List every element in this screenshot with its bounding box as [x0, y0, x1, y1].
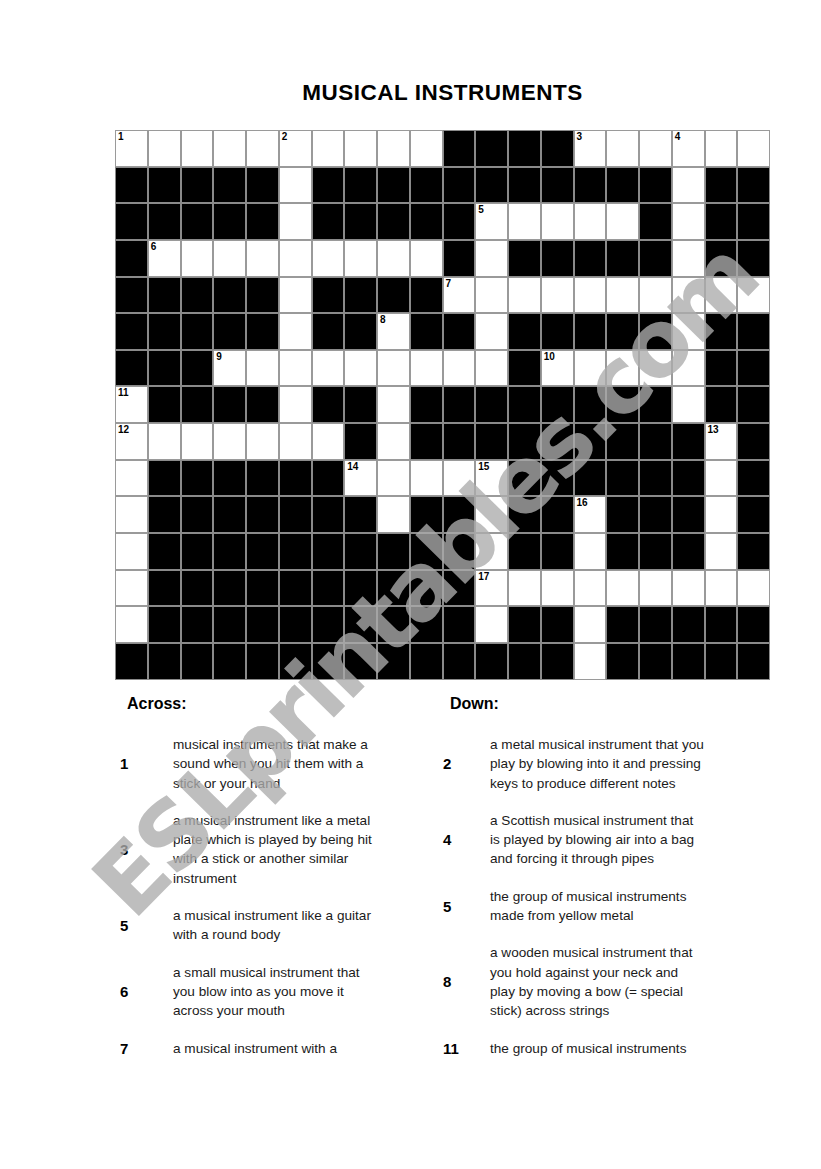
- black-cell: [344, 570, 377, 607]
- black-cell: [279, 496, 312, 533]
- black-cell: [541, 240, 574, 277]
- black-cell: [115, 313, 148, 350]
- black-cell: [737, 496, 770, 533]
- white-cell[interactable]: [115, 533, 148, 570]
- white-cell[interactable]: [606, 277, 639, 314]
- black-cell: [705, 203, 738, 240]
- white-cell[interactable]: [672, 386, 705, 423]
- clue-number-label: 4: [675, 131, 681, 143]
- white-cell[interactable]: [705, 130, 738, 167]
- white-cell[interactable]: 17: [475, 570, 508, 607]
- down-clue-text: a metal musical instrument that you play…: [490, 735, 745, 793]
- white-cell[interactable]: [639, 130, 672, 167]
- worksheet-page: { "game": "crossword", "page": { "title"…: [0, 0, 821, 1169]
- black-cell: [475, 167, 508, 204]
- down-clue-number: 8: [443, 973, 490, 990]
- white-cell[interactable]: [508, 203, 541, 240]
- white-cell[interactable]: [279, 167, 312, 204]
- black-cell: [541, 460, 574, 497]
- black-cell: [737, 240, 770, 277]
- black-cell: [181, 643, 214, 680]
- white-cell[interactable]: [574, 606, 607, 643]
- white-cell[interactable]: [705, 570, 738, 607]
- white-cell[interactable]: [606, 203, 639, 240]
- white-cell[interactable]: [246, 423, 279, 460]
- white-cell[interactable]: [410, 350, 443, 387]
- black-cell: [606, 423, 639, 460]
- black-cell: [541, 167, 574, 204]
- clue-number-label: 11: [118, 387, 129, 399]
- clue-number-label: 15: [478, 461, 489, 473]
- black-cell: [213, 277, 246, 314]
- black-cell: [312, 496, 345, 533]
- black-cell: [279, 570, 312, 607]
- black-cell: [475, 643, 508, 680]
- across-clue-number: 6: [120, 983, 173, 1000]
- black-cell: [443, 386, 476, 423]
- black-cell: [312, 203, 345, 240]
- black-cell: [344, 386, 377, 423]
- black-cell: [737, 643, 770, 680]
- black-cell: [443, 167, 476, 204]
- white-cell[interactable]: [246, 130, 279, 167]
- white-cell[interactable]: [541, 277, 574, 314]
- down-clue-8: 8 a wooden musical instrument that you h…: [443, 943, 745, 1020]
- black-cell: [606, 167, 639, 204]
- across-clue-number: 5: [120, 917, 173, 934]
- white-cell[interactable]: 16: [574, 496, 607, 533]
- black-cell: [246, 167, 279, 204]
- white-cell[interactable]: 3: [574, 130, 607, 167]
- black-cell: [508, 423, 541, 460]
- black-cell: [377, 570, 410, 607]
- across-clue-7: 7 a musical instrument with a: [120, 1039, 420, 1058]
- black-cell: [639, 533, 672, 570]
- black-cell: [737, 423, 770, 460]
- across-clue-number: 3: [120, 841, 173, 858]
- black-cell: [377, 606, 410, 643]
- clue-number-label: 7: [446, 278, 452, 290]
- white-cell[interactable]: 14: [344, 460, 377, 497]
- black-cell: [443, 496, 476, 533]
- black-cell: [737, 460, 770, 497]
- white-cell[interactable]: [279, 386, 312, 423]
- white-cell[interactable]: [148, 423, 181, 460]
- black-cell: [181, 350, 214, 387]
- black-cell: [246, 606, 279, 643]
- black-cell: [246, 570, 279, 607]
- white-cell[interactable]: [672, 350, 705, 387]
- white-cell[interactable]: [312, 350, 345, 387]
- down-clue-text: the group of musical instruments made fr…: [490, 887, 745, 926]
- black-cell: [344, 167, 377, 204]
- black-cell: [705, 240, 738, 277]
- black-cell: [279, 460, 312, 497]
- white-cell[interactable]: [639, 570, 672, 607]
- black-cell: [213, 386, 246, 423]
- white-cell[interactable]: [705, 277, 738, 314]
- black-cell: [148, 313, 181, 350]
- black-cell: [312, 313, 345, 350]
- white-cell[interactable]: [672, 277, 705, 314]
- white-cell[interactable]: [737, 570, 770, 607]
- black-cell: [443, 606, 476, 643]
- clue-number-label: 3: [577, 131, 583, 143]
- white-cell[interactable]: [279, 313, 312, 350]
- white-cell[interactable]: [574, 570, 607, 607]
- white-cell[interactable]: [312, 423, 345, 460]
- white-cell[interactable]: [344, 130, 377, 167]
- white-cell[interactable]: 2: [279, 130, 312, 167]
- black-cell: [213, 496, 246, 533]
- white-cell[interactable]: [672, 240, 705, 277]
- black-cell: [508, 496, 541, 533]
- white-cell[interactable]: 7: [443, 277, 476, 314]
- black-cell: [410, 423, 443, 460]
- black-cell: [312, 277, 345, 314]
- black-cell: [508, 386, 541, 423]
- black-cell: [672, 423, 705, 460]
- white-cell[interactable]: [672, 167, 705, 204]
- black-cell: [246, 203, 279, 240]
- white-cell[interactable]: [213, 130, 246, 167]
- across-clues-section: Across: 1 musical instruments that make …: [120, 695, 420, 1076]
- black-cell: [312, 460, 345, 497]
- clue-number-label: 17: [478, 571, 489, 583]
- white-cell[interactable]: [574, 533, 607, 570]
- across-clue-text: a musical instrument like a guitar with …: [173, 906, 420, 945]
- black-cell: [606, 643, 639, 680]
- clue-number-label: 12: [118, 424, 129, 436]
- black-cell: [443, 313, 476, 350]
- black-cell: [213, 570, 246, 607]
- black-cell: [574, 167, 607, 204]
- black-cell: [410, 496, 443, 533]
- black-cell: [541, 130, 574, 167]
- down-clues-section: Down: 2 a metal musical instrument that …: [443, 695, 745, 1076]
- white-cell[interactable]: 1: [115, 130, 148, 167]
- white-cell[interactable]: [672, 203, 705, 240]
- black-cell: [672, 496, 705, 533]
- black-cell: [508, 643, 541, 680]
- white-cell[interactable]: 15: [475, 460, 508, 497]
- black-cell: [574, 386, 607, 423]
- white-cell[interactable]: [181, 130, 214, 167]
- black-cell: [181, 167, 214, 204]
- black-cell: [737, 386, 770, 423]
- black-cell: [705, 643, 738, 680]
- white-cell[interactable]: [705, 460, 738, 497]
- black-cell: [639, 606, 672, 643]
- black-cell: [312, 643, 345, 680]
- black-cell: [148, 460, 181, 497]
- black-cell: [737, 533, 770, 570]
- white-cell[interactable]: [377, 423, 410, 460]
- white-cell[interactable]: 5: [475, 203, 508, 240]
- black-cell: [312, 570, 345, 607]
- black-cell: [475, 130, 508, 167]
- clue-number-label: 8: [380, 314, 386, 326]
- white-cell[interactable]: [705, 533, 738, 570]
- black-cell: [213, 313, 246, 350]
- black-cell: [279, 606, 312, 643]
- down-clue-4: 4 a Scottish musical instrument that is …: [443, 811, 745, 869]
- black-cell: [639, 167, 672, 204]
- black-cell: [737, 167, 770, 204]
- white-cell[interactable]: [475, 533, 508, 570]
- black-cell: [213, 606, 246, 643]
- across-clue-text: a musical instrument with a: [173, 1039, 420, 1058]
- black-cell: [115, 643, 148, 680]
- black-cell: [181, 533, 214, 570]
- white-cell[interactable]: [344, 350, 377, 387]
- black-cell: [213, 203, 246, 240]
- black-cell: [246, 643, 279, 680]
- across-heading: Across:: [127, 695, 420, 713]
- white-cell[interactable]: [639, 277, 672, 314]
- white-cell[interactable]: [148, 130, 181, 167]
- white-cell[interactable]: [213, 423, 246, 460]
- black-cell: [115, 240, 148, 277]
- black-cell: [410, 203, 443, 240]
- white-cell[interactable]: [574, 203, 607, 240]
- white-cell[interactable]: [475, 277, 508, 314]
- white-cell[interactable]: [181, 240, 214, 277]
- black-cell: [377, 203, 410, 240]
- black-cell: [606, 533, 639, 570]
- black-cell: [410, 313, 443, 350]
- black-cell: [606, 460, 639, 497]
- clue-number-label: 16: [577, 497, 588, 509]
- black-cell: [181, 203, 214, 240]
- black-cell: [672, 460, 705, 497]
- white-cell[interactable]: [574, 277, 607, 314]
- down-clue-number: 2: [443, 755, 490, 772]
- black-cell: [344, 496, 377, 533]
- black-cell: [606, 313, 639, 350]
- white-cell[interactable]: [115, 496, 148, 533]
- white-cell[interactable]: [475, 350, 508, 387]
- black-cell: [508, 167, 541, 204]
- black-cell: [672, 643, 705, 680]
- white-cell[interactable]: [541, 570, 574, 607]
- down-clue-text: the group of musical instruments: [490, 1039, 745, 1058]
- clue-number-label: 14: [347, 461, 358, 473]
- black-cell: [148, 496, 181, 533]
- white-cell[interactable]: [279, 423, 312, 460]
- black-cell: [737, 203, 770, 240]
- white-cell[interactable]: [574, 350, 607, 387]
- black-cell: [312, 167, 345, 204]
- black-cell: [508, 313, 541, 350]
- white-cell[interactable]: [475, 240, 508, 277]
- black-cell: [541, 606, 574, 643]
- black-cell: [639, 643, 672, 680]
- white-cell[interactable]: [279, 240, 312, 277]
- white-cell[interactable]: [443, 460, 476, 497]
- black-cell: [246, 313, 279, 350]
- white-cell[interactable]: [377, 386, 410, 423]
- white-cell[interactable]: [508, 277, 541, 314]
- white-cell[interactable]: [737, 130, 770, 167]
- black-cell: [541, 313, 574, 350]
- black-cell: [410, 643, 443, 680]
- black-cell: [377, 533, 410, 570]
- black-cell: [737, 313, 770, 350]
- black-cell: [148, 350, 181, 387]
- black-cell: [508, 130, 541, 167]
- white-cell[interactable]: 12: [115, 423, 148, 460]
- white-cell[interactable]: [705, 496, 738, 533]
- white-cell[interactable]: [377, 130, 410, 167]
- across-clue-text: a musical instrument like a metal plate …: [173, 811, 420, 888]
- white-cell[interactable]: [312, 240, 345, 277]
- black-cell: [443, 240, 476, 277]
- black-cell: [344, 533, 377, 570]
- white-cell[interactable]: [443, 350, 476, 387]
- white-cell[interactable]: 6: [148, 240, 181, 277]
- white-cell[interactable]: [246, 350, 279, 387]
- black-cell: [312, 386, 345, 423]
- white-cell[interactable]: [672, 570, 705, 607]
- clue-number-label: 5: [478, 204, 484, 216]
- black-cell: [443, 203, 476, 240]
- clue-number-label: 13: [708, 424, 719, 436]
- black-cell: [148, 570, 181, 607]
- clue-number-label: 2: [282, 131, 288, 143]
- down-clue-2: 2 a metal musical instrument that you pl…: [443, 735, 745, 793]
- white-cell[interactable]: [606, 350, 639, 387]
- black-cell: [705, 386, 738, 423]
- black-cell: [606, 240, 639, 277]
- black-cell: [148, 533, 181, 570]
- white-cell[interactable]: 8: [377, 313, 410, 350]
- black-cell: [115, 203, 148, 240]
- black-cell: [737, 606, 770, 643]
- down-clue-number: 11: [443, 1040, 490, 1057]
- white-cell[interactable]: [377, 460, 410, 497]
- black-cell: [344, 277, 377, 314]
- black-cell: [606, 386, 639, 423]
- black-cell: [246, 460, 279, 497]
- black-cell: [344, 313, 377, 350]
- white-cell[interactable]: [410, 460, 443, 497]
- white-cell[interactable]: [475, 313, 508, 350]
- black-cell: [574, 460, 607, 497]
- black-cell: [475, 386, 508, 423]
- black-cell: [410, 386, 443, 423]
- white-cell[interactable]: [639, 350, 672, 387]
- black-cell: [181, 606, 214, 643]
- white-cell[interactable]: 4: [672, 130, 705, 167]
- white-cell[interactable]: [115, 606, 148, 643]
- white-cell[interactable]: [410, 130, 443, 167]
- white-cell[interactable]: [508, 570, 541, 607]
- black-cell: [508, 460, 541, 497]
- white-cell[interactable]: [344, 240, 377, 277]
- black-cell: [213, 643, 246, 680]
- white-cell[interactable]: [181, 423, 214, 460]
- black-cell: [181, 570, 214, 607]
- black-cell: [443, 533, 476, 570]
- down-clue-text: a wooden musical instrument that you hol…: [490, 943, 745, 1020]
- clue-number-label: 9: [216, 351, 222, 363]
- white-cell[interactable]: [737, 277, 770, 314]
- black-cell: [639, 460, 672, 497]
- black-cell: [443, 423, 476, 460]
- black-cell: [672, 533, 705, 570]
- black-cell: [115, 277, 148, 314]
- black-cell: [737, 350, 770, 387]
- white-cell[interactable]: [115, 460, 148, 497]
- black-cell: [574, 423, 607, 460]
- black-cell: [246, 533, 279, 570]
- across-clue-3: 3 a musical instrument like a metal plat…: [120, 811, 420, 888]
- black-cell: [508, 240, 541, 277]
- clue-number-label: 6: [151, 241, 157, 253]
- black-cell: [574, 313, 607, 350]
- black-cell: [639, 313, 672, 350]
- white-cell[interactable]: [606, 130, 639, 167]
- white-cell[interactable]: [410, 240, 443, 277]
- black-cell: [475, 423, 508, 460]
- white-cell[interactable]: [574, 643, 607, 680]
- black-cell: [508, 533, 541, 570]
- black-cell: [246, 277, 279, 314]
- black-cell: [246, 496, 279, 533]
- white-cell[interactable]: 9: [213, 350, 246, 387]
- black-cell: [639, 496, 672, 533]
- black-cell: [148, 167, 181, 204]
- black-cell: [705, 313, 738, 350]
- white-cell[interactable]: [377, 350, 410, 387]
- white-cell[interactable]: [312, 130, 345, 167]
- black-cell: [606, 496, 639, 533]
- black-cell: [312, 533, 345, 570]
- across-clue-text: musical instruments that make a sound wh…: [173, 735, 420, 793]
- black-cell: [606, 606, 639, 643]
- white-cell[interactable]: [475, 606, 508, 643]
- black-cell: [246, 386, 279, 423]
- white-cell[interactable]: [279, 203, 312, 240]
- black-cell: [115, 167, 148, 204]
- white-cell[interactable]: [279, 350, 312, 387]
- black-cell: [508, 350, 541, 387]
- black-cell: [181, 496, 214, 533]
- white-cell[interactable]: [377, 496, 410, 533]
- white-cell[interactable]: [213, 240, 246, 277]
- black-cell: [443, 130, 476, 167]
- black-cell: [410, 277, 443, 314]
- white-cell[interactable]: [115, 570, 148, 607]
- white-cell[interactable]: 11: [115, 386, 148, 423]
- black-cell: [639, 423, 672, 460]
- white-cell[interactable]: [541, 203, 574, 240]
- white-cell[interactable]: [246, 240, 279, 277]
- white-cell[interactable]: [279, 277, 312, 314]
- white-cell[interactable]: 10: [541, 350, 574, 387]
- down-heading: Down:: [450, 695, 745, 713]
- black-cell: [148, 203, 181, 240]
- black-cell: [672, 606, 705, 643]
- white-cell[interactable]: [377, 240, 410, 277]
- white-cell[interactable]: [672, 313, 705, 350]
- white-cell[interactable]: 13: [705, 423, 738, 460]
- white-cell[interactable]: [475, 496, 508, 533]
- white-cell[interactable]: [606, 570, 639, 607]
- black-cell: [181, 386, 214, 423]
- black-cell: [344, 643, 377, 680]
